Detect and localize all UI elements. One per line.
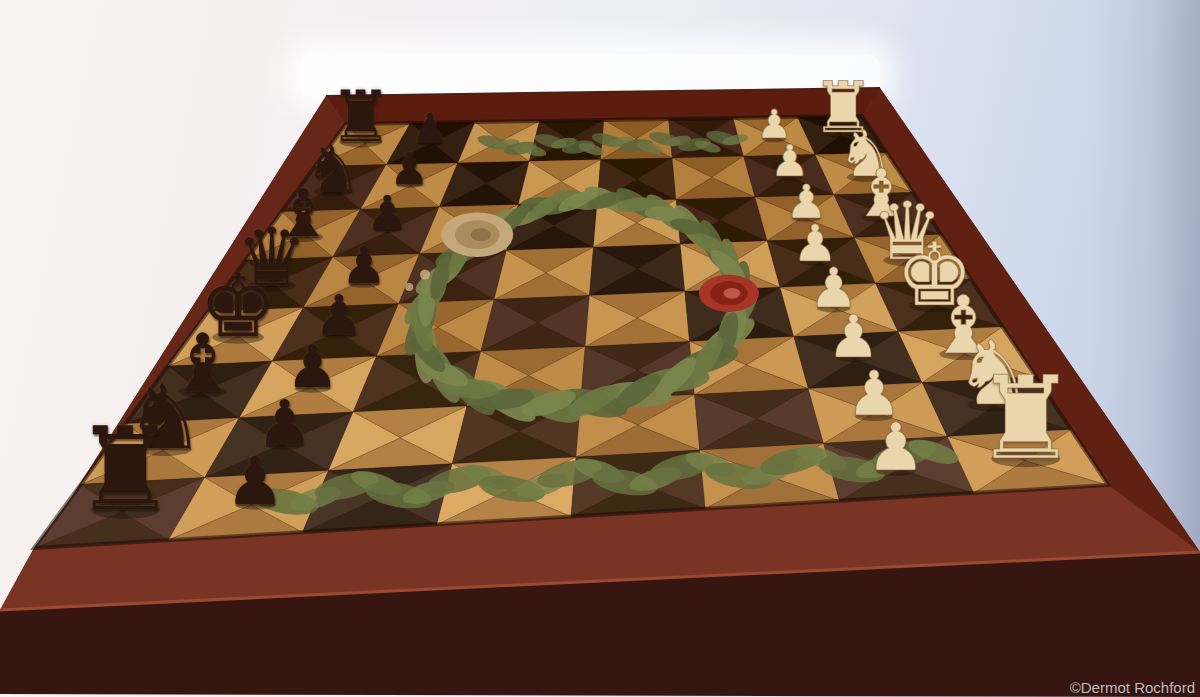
square-e4[interactable]	[585, 291, 689, 346]
square-g3[interactable]	[695, 389, 824, 451]
square-b3[interactable]	[672, 156, 755, 199]
piece-black-rook[interactable]: ♜	[74, 412, 177, 527]
square-d5[interactable]	[494, 247, 593, 299]
piece-white-rook[interactable]: ♜	[974, 361, 1077, 476]
piece-black-pawn[interactable]: ♟	[366, 189, 408, 236]
photo-scene: ♜♞♝♛♚♝♞♜♟♟♟♟♟♟♟♟♟♟♟♟♟♟♟♟♜♞♝♛♚♝♞♜ ©Dermot…	[0, 0, 1200, 697]
piece-white-pawn[interactable]: ♟	[866, 415, 925, 481]
square-d4[interactable]	[589, 244, 684, 295]
piece-black-pawn[interactable]: ♟	[226, 448, 285, 514]
square-e5[interactable]	[481, 295, 590, 351]
watermark: ©Dermot Rochford	[1070, 679, 1195, 696]
